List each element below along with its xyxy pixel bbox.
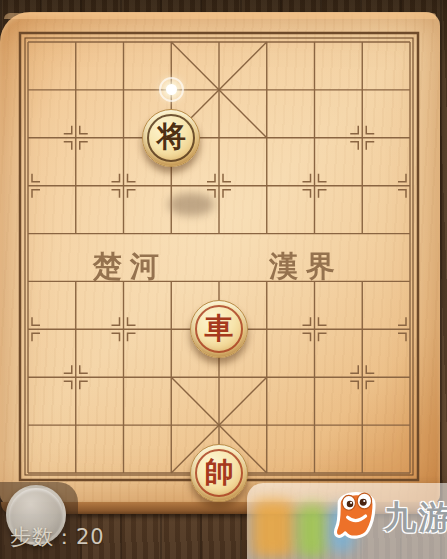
jiuyou-watermark: 九游 (247, 483, 447, 559)
piece-red-general[interactable]: 帥 (195, 449, 243, 497)
blurred-logo-yellow (252, 500, 294, 558)
game-screen: 楚河 漢界 将車帥 步数：20 九游 (0, 0, 447, 559)
piece-red-chariot[interactable]: 車 (195, 305, 243, 353)
last-move-sparkle (147, 66, 195, 114)
steps-counter: 步数：20 (10, 523, 105, 551)
blurred-logo-green (297, 504, 327, 558)
steps-value: 20 (76, 525, 105, 549)
piece-black-general[interactable]: 将 (147, 114, 195, 162)
steps-label: 步数： (10, 525, 76, 549)
xiangqi-board-grid[interactable]: 将車帥 (4, 18, 434, 497)
jiuyou-mascot-icon (332, 485, 380, 547)
jiuyou-logo-text: 九游 (384, 496, 447, 540)
